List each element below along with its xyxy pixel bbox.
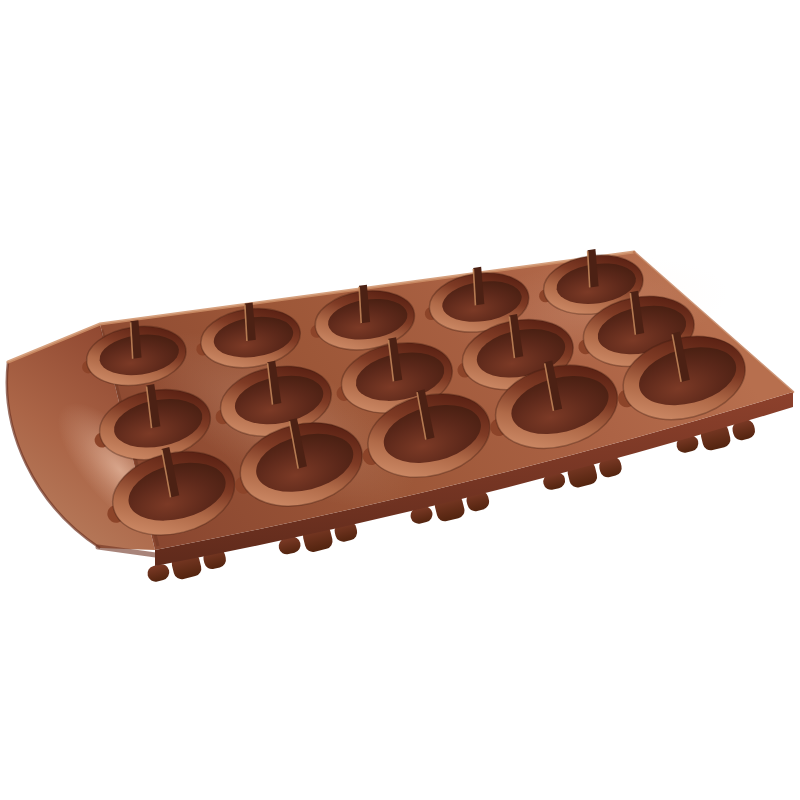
cavity-underside-bump [146, 562, 171, 583]
chocolate-mold-tray [0, 0, 800, 800]
product-photo [0, 0, 800, 800]
